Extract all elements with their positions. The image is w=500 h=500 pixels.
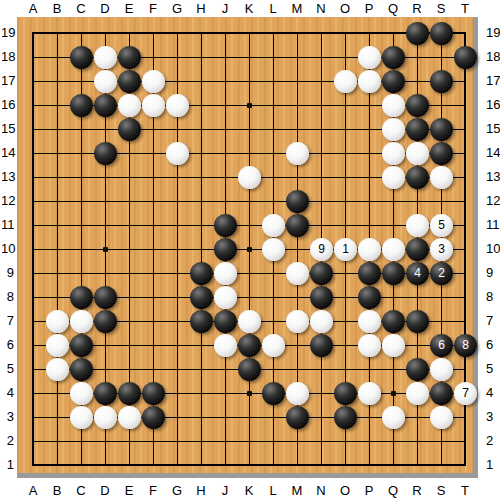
star-point [247, 247, 252, 252]
col-label-top-M: M [285, 1, 309, 17]
stone-black-J11[interactable] [214, 214, 237, 237]
row-label-right-7: 7 [486, 313, 500, 329]
stone-white-F17[interactable] [142, 70, 165, 93]
row-label-left-8: 8 [1, 289, 14, 305]
stone-black-H7[interactable] [190, 310, 213, 333]
col-label-top-Q: Q [381, 1, 405, 17]
stone-black-L4[interactable] [262, 382, 285, 405]
stone-white-G16[interactable] [166, 94, 189, 117]
stone-black-C16[interactable] [70, 94, 93, 117]
goban[interactable]: 591342687 [17, 17, 478, 478]
stone-black-E17[interactable] [118, 70, 141, 93]
stone-white-R11[interactable] [406, 214, 429, 237]
move-number-label: 5 [438, 214, 445, 237]
stone-white-S3[interactable] [430, 406, 453, 429]
stone-black-E18[interactable] [118, 46, 141, 69]
stone-black-D4[interactable] [94, 382, 117, 405]
row-label-left-6: 6 [1, 337, 14, 353]
stone-black-K5[interactable] [238, 358, 261, 381]
col-label-bottom-H: H [189, 483, 213, 499]
stone-white-L11[interactable] [262, 214, 285, 237]
stone-white-O17[interactable] [334, 70, 357, 93]
stone-white-N7[interactable] [310, 310, 333, 333]
stone-white-Q3[interactable] [382, 406, 405, 429]
col-label-bottom-M: M [285, 483, 309, 499]
stone-white-L10[interactable] [262, 238, 285, 261]
stone-black-D8[interactable] [94, 286, 117, 309]
stone-white-T4[interactable]: 7 [454, 382, 477, 405]
stone-black-J10[interactable] [214, 238, 237, 261]
stone-black-O4[interactable] [334, 382, 357, 405]
stone-white-C4[interactable] [70, 382, 93, 405]
star-point [103, 247, 108, 252]
col-label-bottom-Q: Q [381, 483, 405, 499]
stone-black-Q18[interactable] [382, 46, 405, 69]
col-label-bottom-E: E [117, 483, 141, 499]
stone-white-D18[interactable] [94, 46, 117, 69]
row-label-right-14: 14 [486, 145, 500, 161]
stone-black-Q9[interactable] [382, 262, 405, 285]
stone-black-T6[interactable]: 8 [454, 334, 477, 357]
stone-black-M11[interactable] [286, 214, 309, 237]
row-label-right-11: 11 [486, 217, 500, 233]
stone-white-D17[interactable] [94, 70, 117, 93]
grid-line [33, 441, 466, 442]
stone-black-E4[interactable] [118, 382, 141, 405]
stone-white-B7[interactable] [46, 310, 69, 333]
col-label-bottom-P: P [357, 483, 381, 499]
stone-black-S4[interactable] [430, 382, 453, 405]
stone-black-H8[interactable] [190, 286, 213, 309]
stone-white-O10[interactable]: 1 [334, 238, 357, 261]
row-label-left-1: 1 [1, 457, 14, 473]
stone-white-M7[interactable] [286, 310, 309, 333]
stone-black-C8[interactable] [70, 286, 93, 309]
row-label-right-16: 16 [486, 97, 500, 113]
row-label-left-3: 3 [1, 409, 14, 425]
row-label-left-4: 4 [1, 385, 14, 401]
row-label-left-16: 16 [1, 97, 14, 113]
stone-white-K13[interactable] [238, 166, 261, 189]
stone-white-Q15[interactable] [382, 118, 405, 141]
stone-black-M12[interactable] [286, 190, 309, 213]
row-label-right-4: 4 [486, 385, 500, 401]
col-label-bottom-O: O [333, 483, 357, 499]
stone-white-P7[interactable] [358, 310, 381, 333]
stone-white-M4[interactable] [286, 382, 309, 405]
stone-white-P18[interactable] [358, 46, 381, 69]
move-number-label: 8 [462, 334, 469, 357]
row-label-left-2: 2 [1, 433, 14, 449]
stone-black-S9[interactable]: 2 [430, 262, 453, 285]
row-label-right-10: 10 [486, 241, 500, 257]
col-label-top-A: A [21, 1, 45, 17]
stone-black-E15[interactable] [118, 118, 141, 141]
stone-white-C3[interactable] [70, 406, 93, 429]
move-number-label: 7 [462, 382, 469, 405]
col-label-top-K: K [237, 1, 261, 17]
stone-white-K7[interactable] [238, 310, 261, 333]
col-label-top-J: J [213, 1, 237, 17]
stone-black-J7[interactable] [214, 310, 237, 333]
col-label-top-R: R [405, 1, 429, 17]
stone-white-P10[interactable] [358, 238, 381, 261]
stone-white-P17[interactable] [358, 70, 381, 93]
col-label-top-P: P [357, 1, 381, 17]
stone-black-F4[interactable] [142, 382, 165, 405]
row-label-left-14: 14 [1, 145, 14, 161]
stone-white-G14[interactable] [166, 142, 189, 165]
stone-black-N6[interactable] [310, 334, 333, 357]
stone-white-Q6[interactable] [382, 334, 405, 357]
col-label-top-G: G [165, 1, 189, 17]
stone-white-P4[interactable] [358, 382, 381, 405]
col-label-top-E: E [117, 1, 141, 17]
star-point [391, 391, 396, 396]
stone-black-R19[interactable] [406, 22, 429, 45]
move-number-label: 4 [414, 262, 421, 285]
row-label-left-5: 5 [1, 361, 14, 377]
col-label-bottom-K: K [237, 483, 261, 499]
stone-white-P6[interactable] [358, 334, 381, 357]
col-label-top-C: C [69, 1, 93, 17]
stone-black-D7[interactable] [94, 310, 117, 333]
row-label-left-19: 19 [1, 25, 14, 41]
stone-white-B6[interactable] [46, 334, 69, 357]
row-label-left-11: 11 [1, 217, 14, 233]
stone-black-S15[interactable] [430, 118, 453, 141]
col-label-top-N: N [309, 1, 333, 17]
stone-black-C5[interactable] [70, 358, 93, 381]
col-label-bottom-T: T [453, 483, 477, 499]
col-label-bottom-R: R [405, 483, 429, 499]
col-label-bottom-A: A [21, 483, 45, 499]
stone-white-S11[interactable]: 5 [430, 214, 453, 237]
stone-white-F16[interactable] [142, 94, 165, 117]
row-label-right-12: 12 [486, 193, 500, 209]
stone-black-S14[interactable] [430, 142, 453, 165]
row-label-right-15: 15 [486, 121, 500, 137]
col-label-top-L: L [261, 1, 285, 17]
stone-white-S13[interactable] [430, 166, 453, 189]
col-label-top-T: T [453, 1, 477, 17]
stone-black-D16[interactable] [94, 94, 117, 117]
stone-white-Q10[interactable] [382, 238, 405, 261]
row-label-left-9: 9 [1, 265, 14, 281]
stone-white-E3[interactable] [118, 406, 141, 429]
stone-black-Q7[interactable] [382, 310, 405, 333]
row-label-left-10: 10 [1, 241, 14, 257]
stone-black-H9[interactable] [190, 262, 213, 285]
col-label-bottom-G: G [165, 483, 189, 499]
stone-black-R10[interactable] [406, 238, 429, 261]
row-label-left-13: 13 [1, 169, 14, 185]
row-label-right-3: 3 [486, 409, 500, 425]
stone-white-N10[interactable]: 9 [310, 238, 333, 261]
stone-black-N9[interactable] [310, 262, 333, 285]
stone-black-P9[interactable] [358, 262, 381, 285]
stone-black-T18[interactable] [454, 46, 477, 69]
stone-white-M14[interactable] [286, 142, 309, 165]
stone-black-S6[interactable]: 6 [430, 334, 453, 357]
stone-white-D3[interactable] [94, 406, 117, 429]
col-label-bottom-N: N [309, 483, 333, 499]
col-label-top-F: F [141, 1, 165, 17]
stone-white-L6[interactable] [262, 334, 285, 357]
row-label-right-2: 2 [486, 433, 500, 449]
row-label-right-18: 18 [486, 49, 500, 65]
col-label-top-S: S [429, 1, 453, 17]
col-label-bottom-S: S [429, 483, 453, 499]
move-number-label: 2 [438, 262, 445, 285]
col-label-top-H: H [189, 1, 213, 17]
row-label-right-19: 19 [486, 25, 500, 41]
stone-black-C6[interactable] [70, 334, 93, 357]
row-label-right-1: 1 [486, 457, 500, 473]
row-label-left-12: 12 [1, 193, 14, 209]
stone-black-S17[interactable] [430, 70, 453, 93]
stone-white-S10[interactable]: 3 [430, 238, 453, 261]
stone-white-M9[interactable] [286, 262, 309, 285]
stone-white-J9[interactable] [214, 262, 237, 285]
stone-black-P8[interactable] [358, 286, 381, 309]
stone-black-M3[interactable] [286, 406, 309, 429]
move-number-label: 6 [438, 334, 445, 357]
stone-white-R14[interactable] [406, 142, 429, 165]
stone-black-R7[interactable] [406, 310, 429, 333]
stone-white-J8[interactable] [214, 286, 237, 309]
col-label-top-D: D [93, 1, 117, 17]
stone-white-J6[interactable] [214, 334, 237, 357]
col-label-top-O: O [333, 1, 357, 17]
row-label-left-15: 15 [1, 121, 14, 137]
stone-white-E16[interactable] [118, 94, 141, 117]
stone-black-S19[interactable] [430, 22, 453, 45]
col-label-bottom-C: C [69, 483, 93, 499]
move-number-label: 9 [318, 238, 325, 261]
stone-black-O3[interactable] [334, 406, 357, 429]
row-label-left-17: 17 [1, 73, 14, 89]
go-game-screenshot: 591342687 AABBCCDDEEFFGGHHJJKKLLMMNNOOPP… [0, 0, 500, 500]
stone-black-R9[interactable]: 4 [406, 262, 429, 285]
row-label-right-5: 5 [486, 361, 500, 377]
stone-black-R5[interactable] [406, 358, 429, 381]
stone-black-C18[interactable] [70, 46, 93, 69]
stone-white-C7[interactable] [70, 310, 93, 333]
col-label-bottom-F: F [141, 483, 165, 499]
row-label-right-9: 9 [486, 265, 500, 281]
col-label-top-B: B [45, 1, 69, 17]
stone-white-Q16[interactable] [382, 94, 405, 117]
stone-black-D14[interactable] [94, 142, 117, 165]
stone-black-R16[interactable] [406, 94, 429, 117]
col-label-bottom-L: L [261, 483, 285, 499]
stone-black-Q17[interactable] [382, 70, 405, 93]
stone-black-R15[interactable] [406, 118, 429, 141]
stone-black-F3[interactable] [142, 406, 165, 429]
row-label-right-13: 13 [486, 169, 500, 185]
stone-black-R13[interactable] [406, 166, 429, 189]
stone-black-K6[interactable] [238, 334, 261, 357]
col-label-bottom-B: B [45, 483, 69, 499]
stone-white-S5[interactable] [430, 358, 453, 381]
stone-white-Q13[interactable] [382, 166, 405, 189]
row-label-left-7: 7 [1, 313, 14, 329]
row-label-left-18: 18 [1, 49, 14, 65]
stone-white-R4[interactable] [406, 382, 429, 405]
stone-white-B5[interactable] [46, 358, 69, 381]
row-label-right-8: 8 [486, 289, 500, 305]
star-point [247, 391, 252, 396]
col-label-bottom-J: J [213, 483, 237, 499]
col-label-bottom-D: D [93, 483, 117, 499]
move-number-label: 1 [342, 238, 349, 261]
stone-black-N8[interactable] [310, 286, 333, 309]
star-point [247, 103, 252, 108]
row-label-right-6: 6 [486, 337, 500, 353]
stone-white-Q14[interactable] [382, 142, 405, 165]
move-number-label: 3 [438, 238, 445, 261]
row-label-right-17: 17 [486, 73, 500, 89]
